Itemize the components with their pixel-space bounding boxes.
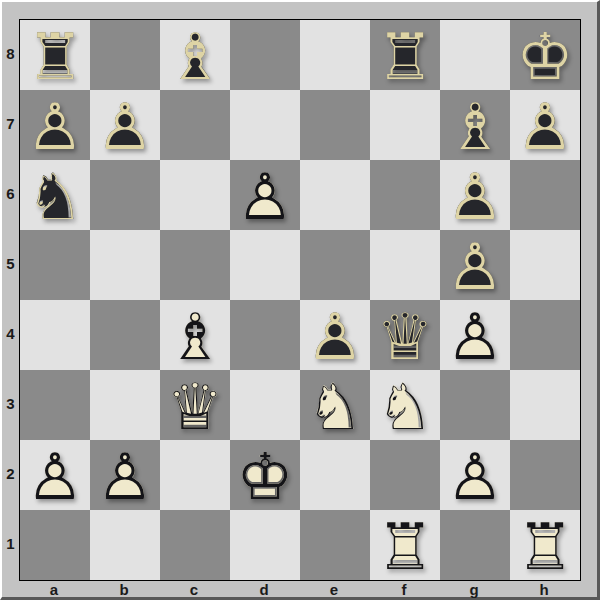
white-knight[interactable]: ♞♘ [300, 370, 370, 440]
square-a5[interactable] [20, 230, 90, 300]
white-rook[interactable]: ♜♖ [370, 510, 440, 580]
square-e4[interactable]: ♟♙ [300, 300, 370, 370]
square-g4[interactable]: ♟♙ [440, 300, 510, 370]
black-pawn[interactable]: ♟♙ [300, 300, 370, 370]
square-b3[interactable] [90, 370, 160, 440]
rank-labels: 87654321 [2, 19, 19, 581]
square-b4[interactable] [90, 300, 160, 370]
square-f5[interactable] [370, 230, 440, 300]
rank-label-3: 3 [2, 369, 19, 439]
square-g1[interactable] [440, 510, 510, 580]
white-knight[interactable]: ♞♘ [370, 370, 440, 440]
black-pawn[interactable]: ♟♙ [90, 90, 160, 160]
white-queen-outline: ♕ [166, 375, 223, 439]
square-g6[interactable]: ♟♙ [440, 160, 510, 230]
square-h6[interactable] [510, 160, 580, 230]
file-labels: abcdefgh [19, 582, 581, 598]
square-f2[interactable] [370, 440, 440, 510]
white-bishop[interactable]: ♝♗ [160, 300, 230, 370]
file-label-c: c [159, 582, 229, 598]
white-king[interactable]: ♚♔ [230, 440, 300, 510]
white-rook-outline: ♖ [376, 515, 433, 579]
square-e5[interactable] [300, 230, 370, 300]
square-a4[interactable] [20, 300, 90, 370]
square-c6[interactable] [160, 160, 230, 230]
square-d4[interactable] [230, 300, 300, 370]
square-c2[interactable] [160, 440, 230, 510]
file-label-h: h [509, 582, 579, 598]
black-rook[interactable]: ♜♖ [20, 20, 90, 90]
black-king[interactable]: ♚♔ [510, 20, 580, 90]
square-d5[interactable] [230, 230, 300, 300]
square-b6[interactable] [90, 160, 160, 230]
black-bishop[interactable]: ♝♗ [440, 90, 510, 160]
white-pawn-outline: ♙ [236, 165, 293, 229]
black-pawn[interactable]: ♟♙ [440, 160, 510, 230]
square-e1[interactable] [300, 510, 370, 580]
rank-label-5: 5 [2, 229, 19, 299]
square-h2[interactable] [510, 440, 580, 510]
square-d7[interactable] [230, 90, 300, 160]
black-rook-outline: ♖ [376, 25, 433, 89]
square-f1[interactable]: ♜♖ [370, 510, 440, 580]
black-pawn-outline: ♙ [96, 95, 153, 159]
square-b5[interactable] [90, 230, 160, 300]
square-h1[interactable]: ♜♖ [510, 510, 580, 580]
square-d3[interactable] [230, 370, 300, 440]
square-c4[interactable]: ♝♗ [160, 300, 230, 370]
board: ♜♖♝♗♜♖♚♔♟♙♟♙♝♗♟♙♞♘♟♙♟♙♟♙♝♗♟♙♛♕♟♙♛♕♞♘♞♘♟♙… [19, 19, 581, 581]
square-f3[interactable]: ♞♘ [370, 370, 440, 440]
white-pawn[interactable]: ♟♙ [90, 440, 160, 510]
square-e7[interactable] [300, 90, 370, 160]
rank-label-2: 2 [2, 439, 19, 509]
square-d8[interactable] [230, 20, 300, 90]
square-c1[interactable] [160, 510, 230, 580]
square-g8[interactable] [440, 20, 510, 90]
black-pawn-outline: ♙ [306, 305, 363, 369]
square-b7[interactable]: ♟♙ [90, 90, 160, 160]
file-label-e: e [299, 582, 369, 598]
white-queen[interactable]: ♛♕ [160, 370, 230, 440]
square-b2[interactable]: ♟♙ [90, 440, 160, 510]
white-knight-outline: ♘ [306, 375, 363, 439]
file-label-b: b [89, 582, 159, 598]
square-b1[interactable] [90, 510, 160, 580]
square-c7[interactable] [160, 90, 230, 160]
square-c3[interactable]: ♛♕ [160, 370, 230, 440]
square-h8[interactable]: ♚♔ [510, 20, 580, 90]
black-pawn-outline: ♙ [446, 165, 503, 229]
black-pawn[interactable]: ♟♙ [510, 90, 580, 160]
square-a8[interactable]: ♜♖ [20, 20, 90, 90]
black-pawn[interactable]: ♟♙ [440, 230, 510, 300]
square-e3[interactable]: ♞♘ [300, 370, 370, 440]
square-d6[interactable]: ♟♙ [230, 160, 300, 230]
white-pawn[interactable]: ♟♙ [20, 440, 90, 510]
square-a2[interactable]: ♟♙ [20, 440, 90, 510]
square-a7[interactable]: ♟♙ [20, 90, 90, 160]
white-knight-outline: ♘ [376, 375, 433, 439]
square-f4[interactable]: ♛♕ [370, 300, 440, 370]
black-bishop-outline: ♗ [446, 95, 503, 159]
white-pawn-outline: ♙ [446, 305, 503, 369]
square-a6[interactable]: ♞♘ [20, 160, 90, 230]
square-h5[interactable] [510, 230, 580, 300]
file-label-a: a [19, 582, 89, 598]
square-b8[interactable] [90, 20, 160, 90]
square-g2[interactable]: ♟♙ [440, 440, 510, 510]
square-e8[interactable] [300, 20, 370, 90]
rank-label-1: 1 [2, 509, 19, 579]
white-bishop-outline: ♗ [166, 305, 223, 369]
white-pawn-outline: ♙ [26, 445, 83, 509]
square-e2[interactable] [300, 440, 370, 510]
black-bishop[interactable]: ♝♗ [160, 20, 230, 90]
black-bishop-outline: ♗ [166, 25, 223, 89]
black-king-outline: ♔ [516, 25, 573, 89]
file-label-f: f [369, 582, 439, 598]
square-h7[interactable]: ♟♙ [510, 90, 580, 160]
square-d1[interactable] [230, 510, 300, 580]
rank-label-4: 4 [2, 299, 19, 369]
white-king-outline: ♔ [236, 445, 293, 509]
black-rook-outline: ♖ [26, 25, 83, 89]
square-e6[interactable] [300, 160, 370, 230]
file-label-g: g [439, 582, 509, 598]
square-f8[interactable]: ♜♖ [370, 20, 440, 90]
square-a1[interactable] [20, 510, 90, 580]
white-pawn[interactable]: ♟♙ [440, 300, 510, 370]
square-c8[interactable]: ♝♗ [160, 20, 230, 90]
white-pawn-outline: ♙ [446, 445, 503, 509]
file-label-d: d [229, 582, 299, 598]
white-rook[interactable]: ♜♖ [510, 510, 580, 580]
black-knight-outline: ♘ [26, 165, 83, 229]
black-pawn[interactable]: ♟♙ [20, 90, 90, 160]
square-h3[interactable] [510, 370, 580, 440]
black-pawn-outline: ♙ [516, 95, 573, 159]
white-pawn[interactable]: ♟♙ [440, 440, 510, 510]
square-f7[interactable] [370, 90, 440, 160]
rank-label-6: 6 [2, 159, 19, 229]
square-g3[interactable] [440, 370, 510, 440]
black-queen[interactable]: ♛♕ [370, 300, 440, 370]
black-pawn-outline: ♙ [26, 95, 83, 159]
white-pawn-outline: ♙ [96, 445, 153, 509]
square-g7[interactable]: ♝♗ [440, 90, 510, 160]
square-a3[interactable] [20, 370, 90, 440]
black-queen-outline: ♕ [376, 305, 433, 369]
rank-label-8: 8 [2, 19, 19, 89]
white-rook-outline: ♖ [516, 515, 573, 579]
black-pawn-outline: ♙ [446, 235, 503, 299]
white-pawn[interactable]: ♟♙ [230, 160, 300, 230]
square-c5[interactable] [160, 230, 230, 300]
black-knight[interactable]: ♞♘ [20, 160, 90, 230]
chessboard-frame: 87654321 ♜♖♝♗♜♖♚♔♟♙♟♙♝♗♟♙♞♘♟♙♟♙♟♙♝♗♟♙♛♕♟… [0, 0, 600, 600]
square-d2[interactable]: ♚♔ [230, 440, 300, 510]
rank-label-7: 7 [2, 89, 19, 159]
square-g5[interactable]: ♟♙ [440, 230, 510, 300]
black-rook[interactable]: ♜♖ [370, 20, 440, 90]
square-h4[interactable] [510, 300, 580, 370]
square-f6[interactable] [370, 160, 440, 230]
